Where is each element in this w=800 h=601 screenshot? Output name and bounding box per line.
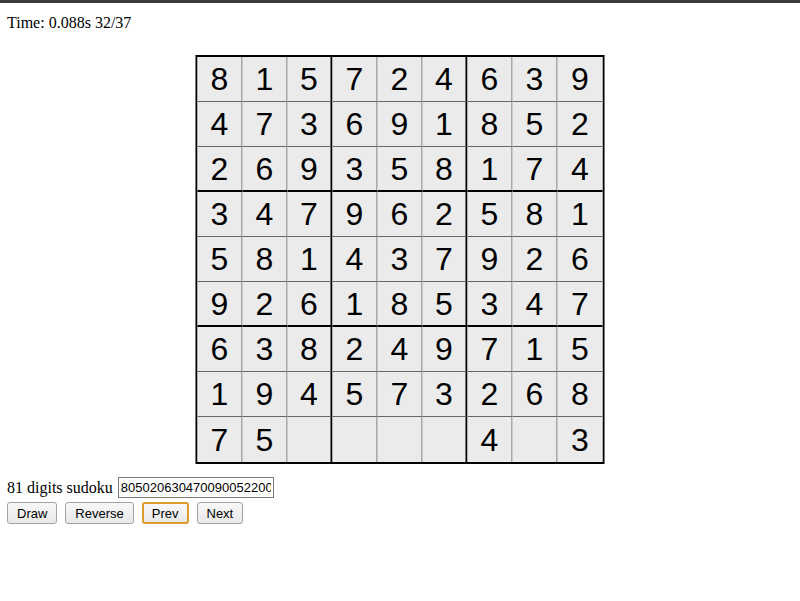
draw-button[interactable]: Draw	[7, 502, 57, 524]
cell-r4c2: 4	[243, 192, 288, 237]
cell-r7c7: 7	[468, 327, 513, 372]
cell-r6c5: 8	[378, 282, 423, 327]
cell-r6c8: 4	[513, 282, 558, 327]
cell-r7c5: 4	[378, 327, 423, 372]
cell-r8c6: 3	[423, 372, 468, 417]
cell-r1c4: 7	[333, 57, 378, 102]
cell-r9c5	[378, 417, 423, 462]
cell-r7c2: 3	[243, 327, 288, 372]
cell-r8c7: 2	[468, 372, 513, 417]
cell-r9c7: 4	[468, 417, 513, 462]
cell-r5c4: 4	[333, 237, 378, 282]
cell-r9c9: 3	[558, 417, 603, 462]
puzzle-digits-input[interactable]	[118, 477, 274, 498]
cell-r2c5: 9	[378, 102, 423, 147]
cell-r1c8: 3	[513, 57, 558, 102]
cell-r8c9: 8	[558, 372, 603, 417]
cell-r5c6: 7	[423, 237, 468, 282]
cell-r6c7: 3	[468, 282, 513, 327]
cell-r4c3: 7	[288, 192, 333, 237]
cell-r1c6: 4	[423, 57, 468, 102]
cell-r5c3: 1	[288, 237, 333, 282]
cell-r3c2: 6	[243, 147, 288, 192]
cell-r7c8: 1	[513, 327, 558, 372]
cell-r2c7: 8	[468, 102, 513, 147]
cell-r4c1: 3	[198, 192, 243, 237]
cell-r1c5: 2	[378, 57, 423, 102]
cell-r6c2: 2	[243, 282, 288, 327]
cell-r2c2: 7	[243, 102, 288, 147]
cell-r7c4: 2	[333, 327, 378, 372]
cell-r2c3: 3	[288, 102, 333, 147]
cell-r3c4: 3	[333, 147, 378, 192]
cell-r7c3: 8	[288, 327, 333, 372]
cell-r7c1: 6	[198, 327, 243, 372]
next-button[interactable]: Next	[197, 502, 244, 524]
cell-r3c3: 9	[288, 147, 333, 192]
sudoku-board: 8157246394736918522693581743479625815814…	[196, 55, 605, 464]
cell-r8c1: 1	[198, 372, 243, 417]
cell-r4c7: 5	[468, 192, 513, 237]
cell-r5c2: 8	[243, 237, 288, 282]
cell-r3c8: 7	[513, 147, 558, 192]
cell-r5c9: 6	[558, 237, 603, 282]
cell-r1c9: 9	[558, 57, 603, 102]
cell-r6c9: 7	[558, 282, 603, 327]
cell-r8c4: 5	[333, 372, 378, 417]
cell-r1c1: 8	[198, 57, 243, 102]
cell-r1c2: 1	[243, 57, 288, 102]
cell-r4c6: 2	[423, 192, 468, 237]
solve-status-text: Time: 0.088s 32/37	[7, 14, 131, 32]
cell-r5c7: 9	[468, 237, 513, 282]
cell-r3c9: 4	[558, 147, 603, 192]
cell-r5c5: 3	[378, 237, 423, 282]
cell-r4c8: 8	[513, 192, 558, 237]
cell-r9c4	[333, 417, 378, 462]
cell-r9c2: 5	[243, 417, 288, 462]
cell-r4c4: 9	[333, 192, 378, 237]
cell-r2c9: 2	[558, 102, 603, 147]
cell-r9c6	[423, 417, 468, 462]
cell-r2c8: 5	[513, 102, 558, 147]
cell-r5c1: 5	[198, 237, 243, 282]
cell-r2c4: 6	[333, 102, 378, 147]
cell-r9c3	[288, 417, 333, 462]
cell-r8c3: 4	[288, 372, 333, 417]
cell-r2c1: 4	[198, 102, 243, 147]
prev-button[interactable]: Prev	[142, 502, 189, 524]
cell-r7c6: 9	[423, 327, 468, 372]
puzzle-input-group: 81 digits sudoku	[7, 477, 274, 498]
cell-r1c7: 6	[468, 57, 513, 102]
cell-r3c5: 5	[378, 147, 423, 192]
cell-r6c1: 9	[198, 282, 243, 327]
cell-r6c3: 6	[288, 282, 333, 327]
cell-r8c5: 7	[378, 372, 423, 417]
cell-r1c3: 5	[288, 57, 333, 102]
cell-r3c6: 8	[423, 147, 468, 192]
cell-r9c8	[513, 417, 558, 462]
cell-r3c7: 1	[468, 147, 513, 192]
cell-r7c9: 5	[558, 327, 603, 372]
cell-r8c2: 9	[243, 372, 288, 417]
reverse-button[interactable]: Reverse	[65, 502, 133, 524]
sudoku-app-page: { "game": "sudoku", "position": "8157246…	[0, 0, 800, 601]
puzzle-input-label: 81 digits sudoku	[7, 479, 113, 497]
cell-r9c1: 7	[198, 417, 243, 462]
cell-r3c1: 2	[198, 147, 243, 192]
cell-r2c6: 1	[423, 102, 468, 147]
button-row: DrawReversePrevNext	[7, 502, 243, 524]
cell-r6c6: 5	[423, 282, 468, 327]
cell-r8c8: 6	[513, 372, 558, 417]
cell-r6c4: 1	[333, 282, 378, 327]
cell-r5c8: 2	[513, 237, 558, 282]
cell-r4c5: 6	[378, 192, 423, 237]
cell-r4c9: 1	[558, 192, 603, 237]
